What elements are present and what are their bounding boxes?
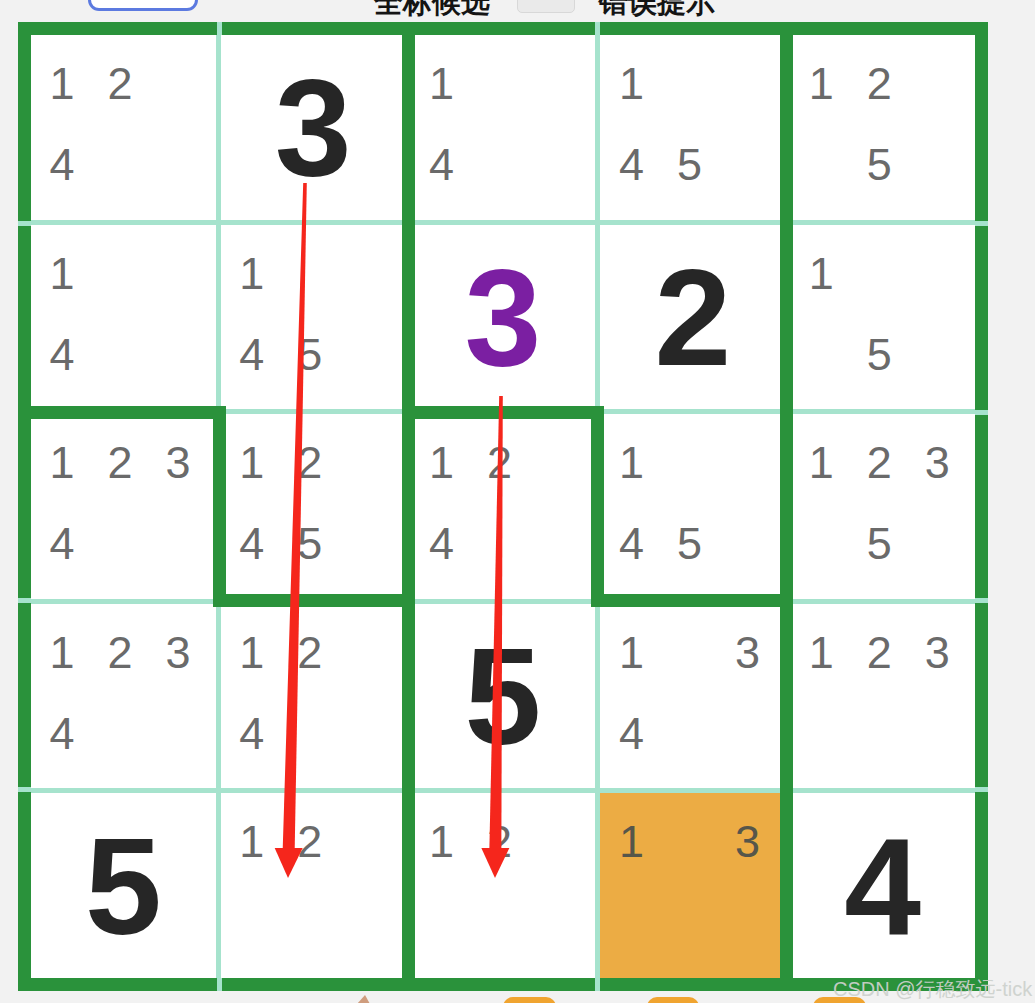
sudoku-board: 1243141451251414532151234124512414512351… (18, 22, 988, 991)
toolbar-button-2[interactable] (647, 997, 699, 1003)
grid-line-notch (18, 221, 31, 226)
mark-all-candidates-button[interactable]: 全标候选 (374, 0, 490, 23)
candidate-digit: 5 (281, 314, 339, 395)
candidate-digit: 1 (602, 43, 660, 124)
cell-r4c3[interactable]: 13 (600, 793, 785, 978)
region-border (402, 406, 604, 419)
candidate-digit: 4 (413, 503, 471, 584)
candidate-digit: 1 (792, 612, 850, 693)
cell-r3c4[interactable]: 123 (790, 604, 975, 789)
candidate-digit: 1 (792, 233, 850, 314)
grid-line-notch (595, 978, 600, 991)
candidate-digit: 2 (91, 43, 149, 124)
candidate-digit: 4 (602, 693, 660, 774)
region-border (591, 406, 604, 608)
cell-r3c0[interactable]: 1234 (31, 604, 216, 789)
candidate-digit: 3 (908, 612, 966, 693)
candidate-digit: 1 (223, 422, 281, 503)
candidate-marks: 14 (411, 35, 587, 205)
candidate-digit: 4 (413, 124, 471, 205)
grid-line-notch (975, 598, 988, 603)
candidate-marks: 134 (600, 604, 776, 774)
region-border (213, 406, 226, 608)
given-digit: 5 (465, 627, 542, 765)
candidate-digit: 4 (602, 503, 660, 584)
cell-r4c1[interactable]: 12 (221, 793, 406, 978)
pencil-icon[interactable] (357, 995, 370, 1003)
cell-r3c1[interactable]: 124 (221, 604, 406, 789)
region-border (213, 594, 415, 607)
candidate-digit: 1 (33, 422, 91, 503)
grid-line-notch (217, 978, 222, 991)
candidate-digit: 1 (33, 612, 91, 693)
candidate-digit: 4 (223, 503, 281, 584)
region-border (18, 406, 226, 419)
user-digit: 3 (465, 248, 542, 386)
candidate-digit: 5 (850, 314, 908, 395)
cell-r0c1[interactable]: 3 (221, 35, 406, 220)
cell-r3c2[interactable]: 5 (411, 604, 596, 789)
cell-r2c0[interactable]: 1234 (31, 414, 216, 599)
candidate-digit: 4 (223, 314, 281, 395)
candidate-marks: 123 (790, 604, 966, 774)
region-border (780, 35, 793, 978)
candidate-digit: 3 (718, 612, 776, 693)
candidate-marks: 124 (221, 604, 397, 774)
grid-line-notch (975, 787, 988, 792)
candidate-marks: 14 (31, 225, 207, 395)
candidate-marks: 145 (221, 225, 397, 395)
candidate-digit: 1 (223, 612, 281, 693)
candidate-digit: 4 (33, 314, 91, 395)
candidate-digit: 2 (91, 422, 149, 503)
cell-r1c2[interactable]: 3 (411, 225, 596, 410)
candidate-marks: 1234 (31, 604, 207, 774)
cell-r1c4[interactable]: 15 (790, 225, 975, 410)
cell-r2c4[interactable]: 1235 (790, 414, 975, 599)
candidate-digit: 2 (850, 612, 908, 693)
candidate-digit: 1 (413, 801, 471, 882)
candidate-marks: 13 (600, 793, 776, 963)
candidate-digit: 2 (281, 422, 339, 503)
candidate-digit: 2 (281, 801, 339, 882)
candidate-digit: 4 (602, 124, 660, 205)
region-border (402, 35, 415, 978)
cell-r4c2[interactable]: 12 (411, 793, 596, 978)
grid-line-notch (975, 410, 988, 415)
toggle-switch[interactable] (517, 0, 575, 13)
candidate-marks: 1245 (221, 414, 397, 584)
candidate-digit: 4 (33, 693, 91, 774)
candidate-marks: 145 (600, 35, 776, 205)
cell-r1c0[interactable]: 14 (31, 225, 216, 410)
candidate-marks: 124 (31, 35, 207, 205)
candidate-digit: 1 (792, 43, 850, 124)
cell-r3c3[interactable]: 134 (600, 604, 785, 789)
top-toolbar-button[interactable] (88, 0, 198, 11)
cell-r0c4[interactable]: 125 (790, 35, 975, 220)
grid-line-notch (975, 221, 988, 226)
given-digit: 2 (654, 248, 731, 386)
cell-r2c3[interactable]: 145 (600, 414, 785, 599)
candidate-digit: 1 (223, 801, 281, 882)
candidate-digit: 3 (149, 612, 207, 693)
candidate-digit: 4 (33, 503, 91, 584)
candidate-digit: 4 (223, 693, 281, 774)
cell-r1c3[interactable]: 2 (600, 225, 785, 410)
candidate-digit: 2 (471, 422, 529, 503)
candidate-digit: 2 (471, 801, 529, 882)
candidate-digit: 5 (850, 124, 908, 205)
grid-line-notch (217, 22, 222, 35)
candidate-digit: 3 (718, 801, 776, 882)
candidate-digit: 3 (149, 422, 207, 503)
candidate-digit: 1 (33, 43, 91, 124)
candidate-marks: 1234 (31, 414, 207, 584)
candidate-marks: 12 (221, 793, 397, 963)
candidate-digit: 5 (660, 124, 718, 205)
candidate-digit: 5 (281, 503, 339, 584)
grid-line-notch (18, 598, 31, 603)
candidate-digit: 2 (91, 612, 149, 693)
board-grid: 1243141451251414532151234124512414512351… (31, 35, 975, 978)
candidate-marks: 145 (600, 414, 776, 584)
given-digit: 5 (85, 817, 162, 955)
cell-r2c2[interactable]: 124 (411, 414, 596, 599)
candidate-digit: 1 (602, 801, 660, 882)
candidate-digit: 1 (602, 612, 660, 693)
candidate-digit: 1 (602, 422, 660, 503)
candidate-marks: 15 (790, 225, 966, 395)
cell-r2c1[interactable]: 1245 (221, 414, 406, 599)
cell-r4c0[interactable]: 5 (31, 793, 216, 978)
watermark: CSDN @行稳致远-tick (833, 976, 1032, 1003)
grid-line-notch (595, 22, 600, 35)
candidate-marks: 124 (411, 414, 587, 584)
candidate-digit: 2 (850, 422, 908, 503)
candidate-marks: 125 (790, 35, 966, 205)
candidate-digit: 1 (413, 43, 471, 124)
candidate-digit: 1 (223, 233, 281, 314)
region-border (591, 594, 793, 607)
toolbar-button-1[interactable] (503, 997, 556, 1003)
candidate-digit: 1 (33, 233, 91, 314)
cell-r1c1[interactable]: 145 (221, 225, 406, 410)
cell-r0c2[interactable]: 14 (411, 35, 596, 220)
cell-r0c3[interactable]: 145 (600, 35, 785, 220)
error-hint-button[interactable]: 错误提示 (599, 0, 715, 23)
candidate-digit: 1 (792, 422, 850, 503)
candidate-marks: 12 (411, 793, 587, 963)
candidate-digit: 2 (281, 612, 339, 693)
candidate-digit: 5 (850, 503, 908, 584)
candidate-digit: 3 (908, 422, 966, 503)
candidate-marks: 1235 (790, 414, 966, 584)
given-digit: 3 (275, 58, 352, 196)
given-digit: 4 (844, 817, 921, 955)
cell-r0c0[interactable]: 124 (31, 35, 216, 220)
grid-line-notch (18, 787, 31, 792)
candidate-digit: 2 (850, 43, 908, 124)
candidate-digit: 4 (33, 124, 91, 205)
candidate-digit: 1 (413, 422, 471, 503)
candidate-digit: 5 (660, 503, 718, 584)
cell-r4c4[interactable]: 4 (790, 793, 975, 978)
